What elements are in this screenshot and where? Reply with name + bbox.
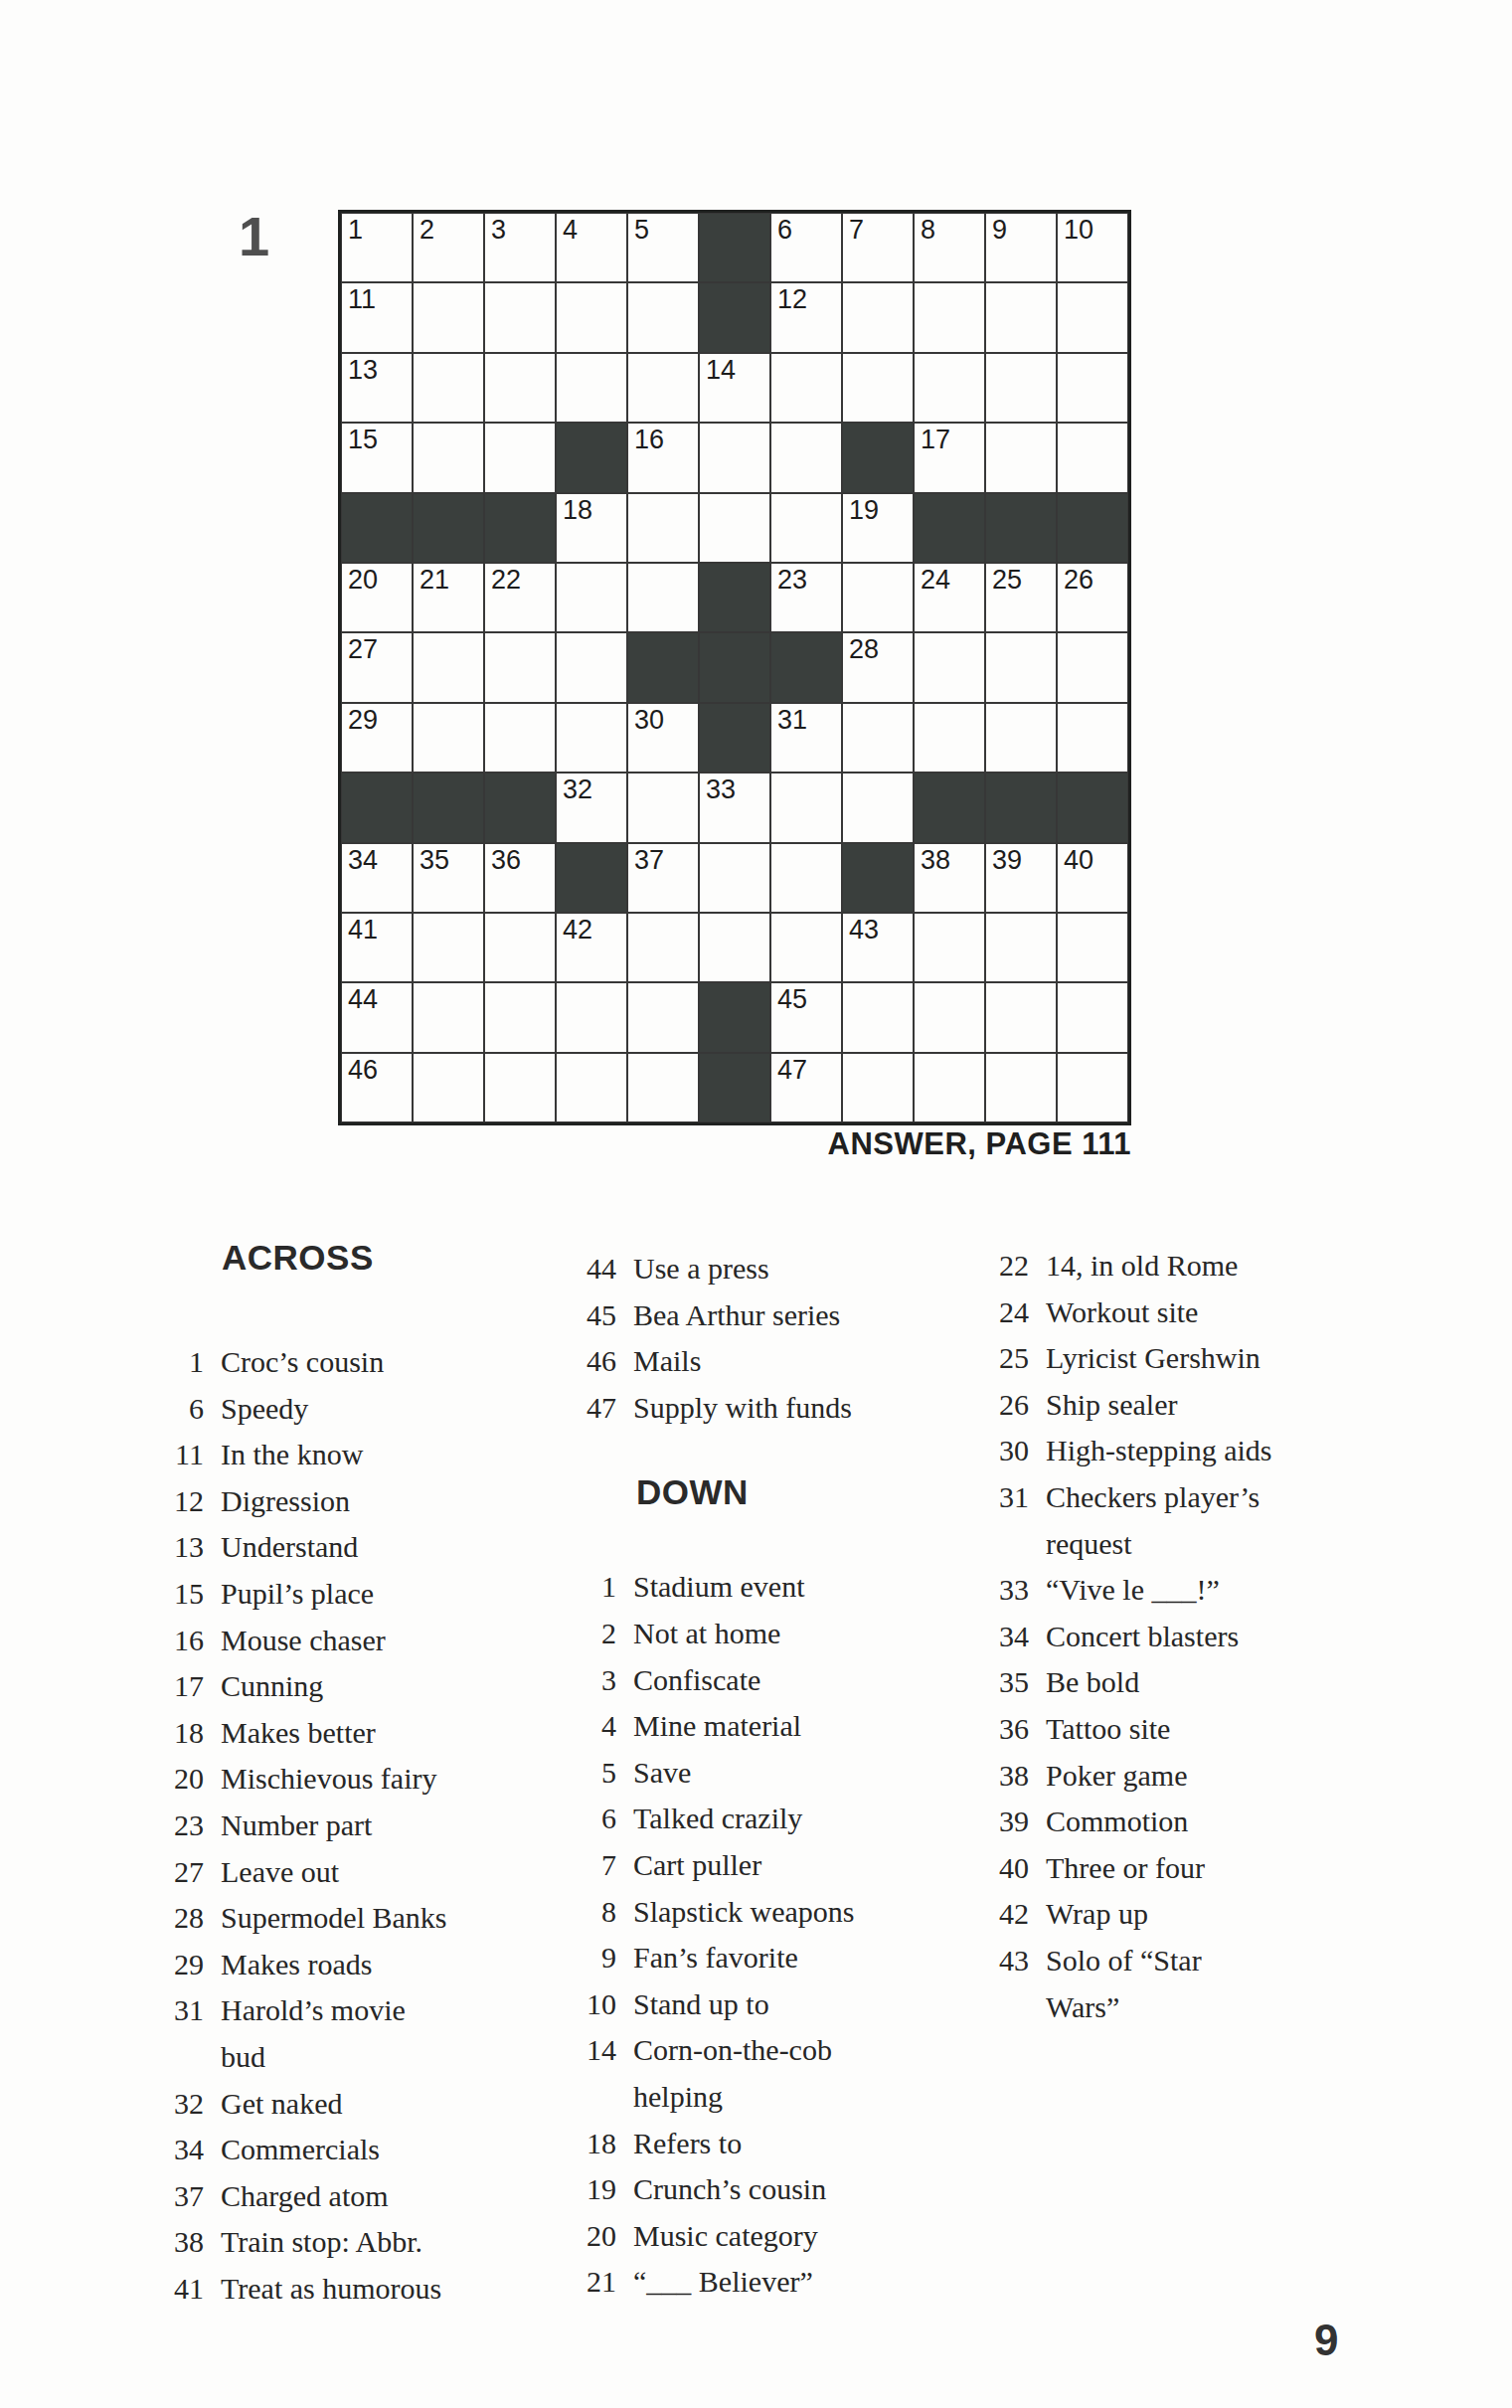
cell-number: 4 xyxy=(563,217,578,244)
grid-cell-r2c2 xyxy=(413,282,484,352)
black-cell-r7c7 xyxy=(770,632,842,702)
cell-number: 23 xyxy=(777,567,807,594)
clue-text: Cunning xyxy=(221,1663,323,1710)
grid-cell-r4c11 xyxy=(1057,423,1128,492)
grid-cell-r1c7: 6 xyxy=(770,213,842,282)
across-clue-18: 18Makes better xyxy=(158,1710,576,1757)
grid-cell-r5c6 xyxy=(699,493,770,563)
black-cell-r4c4 xyxy=(556,423,627,492)
clue-text: High-stepping aids xyxy=(1046,1428,1271,1474)
clue-text: Makes better xyxy=(221,1710,376,1757)
clue-text: Get naked xyxy=(221,2081,342,2128)
clue-number: 26 xyxy=(983,1382,1029,1429)
down-clue-31: 31Checkers player’s request xyxy=(983,1474,1421,1567)
grid-cell-r13c5 xyxy=(627,1053,699,1122)
clue-number: 1 xyxy=(158,1339,204,1386)
grid-cell-r11c10 xyxy=(985,913,1057,982)
grid-cell-r13c3 xyxy=(484,1053,556,1122)
grid-cell-r6c1: 20 xyxy=(341,563,413,632)
cell-number: 28 xyxy=(849,636,879,663)
black-cell-r4c8 xyxy=(842,423,914,492)
grid-cell-r1c1: 1 xyxy=(341,213,413,282)
clue-number: 6 xyxy=(571,1796,616,1842)
grid-cell-r9c5 xyxy=(627,773,699,842)
clue-text: Supply with funds xyxy=(633,1385,852,1432)
grid-cell-r8c10 xyxy=(985,703,1057,773)
grid-cell-r2c5 xyxy=(627,282,699,352)
clue-text: Digression xyxy=(221,1478,350,1525)
clue-number: 19 xyxy=(571,2166,616,2213)
clue-text: Not at home xyxy=(633,1611,780,1657)
grid-cell-r8c9 xyxy=(914,703,985,773)
across-clue-29: 29Makes roads xyxy=(158,1942,576,1988)
black-cell-r9c9 xyxy=(914,773,985,842)
cell-number: 9 xyxy=(992,217,1007,244)
cell-number: 3 xyxy=(491,217,506,244)
grid-cell-r6c4 xyxy=(556,563,627,632)
cell-number: 5 xyxy=(634,217,649,244)
grid-cell-r11c5 xyxy=(627,913,699,982)
clue-number: 18 xyxy=(571,2121,616,2167)
clue-number: 34 xyxy=(158,2127,204,2173)
clue-number: 29 xyxy=(158,1942,204,1988)
cell-number: 16 xyxy=(634,427,664,453)
grid-cell-r11c2 xyxy=(413,913,484,982)
clue-text: Corn-on-the-cob helping xyxy=(633,2027,832,2120)
cell-number: 29 xyxy=(348,707,378,734)
grid-cell-r3c10 xyxy=(985,353,1057,423)
cell-number: 18 xyxy=(563,497,592,524)
grid-cell-r3c3 xyxy=(484,353,556,423)
clue-text: Mine material xyxy=(633,1703,801,1750)
down-clue-22: 2214, in old Rome xyxy=(983,1243,1421,1290)
clue-text: Number part xyxy=(221,1803,372,1849)
cell-number: 42 xyxy=(563,917,592,944)
clue-text: Charged atom xyxy=(221,2173,389,2220)
grid-cell-r6c11: 26 xyxy=(1057,563,1128,632)
cell-number: 31 xyxy=(777,707,807,734)
clue-number: 42 xyxy=(983,1891,1029,1938)
grid-cell-r10c5: 37 xyxy=(627,843,699,913)
grid-cell-r9c4: 32 xyxy=(556,773,627,842)
clue-text: Tattoo site xyxy=(1046,1706,1170,1753)
grid-cell-r2c9 xyxy=(914,282,985,352)
across-clue-38: 38Train stop: Abbr. xyxy=(158,2219,576,2266)
clue-number: 34 xyxy=(983,1614,1029,1660)
grid-cell-r3c8 xyxy=(842,353,914,423)
cell-number: 34 xyxy=(348,847,378,874)
clue-text: Confiscate xyxy=(633,1657,760,1704)
clue-number: 9 xyxy=(571,1935,616,1981)
clue-number: 43 xyxy=(983,1938,1029,2030)
clue-text: Ship sealer xyxy=(1046,1382,1177,1429)
clue-text: Use a press xyxy=(633,1246,769,1292)
grid-cell-r1c5: 5 xyxy=(627,213,699,282)
clue-number: 33 xyxy=(983,1567,1029,1614)
crossword-grid: 1234567891011121314151617181920212223242… xyxy=(338,210,1131,1125)
grid-cell-r11c3 xyxy=(484,913,556,982)
cell-number: 38 xyxy=(921,847,950,874)
grid-cell-r2c10 xyxy=(985,282,1057,352)
clue-number: 41 xyxy=(158,2266,204,2313)
cell-number: 6 xyxy=(777,217,792,244)
grid-cell-r13c8 xyxy=(842,1053,914,1122)
grid-cell-r8c11 xyxy=(1057,703,1128,773)
grid-cell-r2c4 xyxy=(556,282,627,352)
grid-cell-r7c3 xyxy=(484,632,556,702)
across-clue-34: 34Commercials xyxy=(158,2127,576,2173)
clue-text: Commotion xyxy=(1046,1799,1188,1845)
across-clue-13: 13Understand xyxy=(158,1524,576,1571)
down-clue-3: 3Confiscate xyxy=(571,1657,998,1704)
black-cell-r5c2 xyxy=(413,493,484,563)
black-cell-r9c1 xyxy=(341,773,413,842)
clue-number: 11 xyxy=(158,1432,204,1478)
clue-number: 47 xyxy=(571,1385,616,1432)
down-clue-20: 20Music category xyxy=(571,2213,998,2260)
grid-cell-r5c4: 18 xyxy=(556,493,627,563)
clue-text: Bea Arthur series xyxy=(633,1292,840,1339)
grid-cell-r6c8 xyxy=(842,563,914,632)
grid-cell-r4c6 xyxy=(699,423,770,492)
down-clue-21: 21“___ Believer” xyxy=(571,2259,998,2306)
grid-cell-r12c8 xyxy=(842,982,914,1052)
clue-text: Commercials xyxy=(221,2127,380,2173)
across-clue-41: 41Treat as humorous xyxy=(158,2266,576,2313)
cell-number: 41 xyxy=(348,917,378,944)
down-clue-30: 30High-stepping aids xyxy=(983,1428,1421,1474)
cell-number: 47 xyxy=(777,1057,807,1084)
clue-text: Stand up to xyxy=(633,1981,769,2028)
across-column: ACROSS 1Croc’s cousin6Speedy11In the kno… xyxy=(158,1238,576,2312)
cell-number: 32 xyxy=(563,776,592,803)
grid-cell-r5c8: 19 xyxy=(842,493,914,563)
clue-text: 14, in old Rome xyxy=(1046,1243,1238,1290)
clue-number: 1 xyxy=(571,1564,616,1611)
clue-text: Save xyxy=(633,1750,691,1797)
cell-number: 30 xyxy=(634,707,664,734)
down-clue-36: 36Tattoo site xyxy=(983,1706,1421,1753)
clue-number: 31 xyxy=(158,1987,204,2080)
grid-cell-r12c5 xyxy=(627,982,699,1052)
down-clue-24: 24Workout site xyxy=(983,1290,1421,1336)
grid-cell-r9c6: 33 xyxy=(699,773,770,842)
across-clue-28: 28Supermodel Banks xyxy=(158,1895,576,1942)
down-clue-39: 39Commotion xyxy=(983,1799,1421,1845)
grid-cell-r3c5 xyxy=(627,353,699,423)
clue-number: 21 xyxy=(571,2259,616,2306)
across-clue-15: 15Pupil’s place xyxy=(158,1571,576,1618)
cell-number: 44 xyxy=(348,986,378,1013)
clue-text: Supermodel Banks xyxy=(221,1895,446,1942)
cell-number: 45 xyxy=(777,986,807,1013)
cell-number: 33 xyxy=(706,776,736,803)
grid-cell-r5c5 xyxy=(627,493,699,563)
grid-cell-r8c7: 31 xyxy=(770,703,842,773)
down-clue-8: 8Slapstick weapons xyxy=(571,1889,998,1936)
cell-number: 46 xyxy=(348,1057,378,1084)
clue-text: Workout site xyxy=(1046,1290,1198,1336)
grid-cell-r12c2 xyxy=(413,982,484,1052)
cell-number: 2 xyxy=(420,217,434,244)
cell-number: 13 xyxy=(348,357,378,384)
across-clue-44: 44Use a press xyxy=(571,1246,998,1292)
cell-number: 14 xyxy=(706,357,736,384)
clue-number: 40 xyxy=(983,1845,1029,1892)
clue-number: 7 xyxy=(571,1842,616,1889)
cell-number: 1 xyxy=(348,217,363,244)
clue-text: “Vive le ___!” xyxy=(1046,1567,1220,1614)
grid-cell-r6c2: 21 xyxy=(413,563,484,632)
black-cell-r7c6 xyxy=(699,632,770,702)
grid-cell-r2c11 xyxy=(1057,282,1128,352)
grid-cell-r3c4 xyxy=(556,353,627,423)
clue-text: Pupil’s place xyxy=(221,1571,374,1618)
across-clue-6: 6Speedy xyxy=(158,1386,576,1433)
black-cell-r6c6 xyxy=(699,563,770,632)
grid-cell-r4c5: 16 xyxy=(627,423,699,492)
grid-cell-r12c7: 45 xyxy=(770,982,842,1052)
down-clue-7: 7Cart puller xyxy=(571,1842,998,1889)
grid-cell-r4c1: 15 xyxy=(341,423,413,492)
grid-cell-r13c1: 46 xyxy=(341,1053,413,1122)
grid-cell-r1c9: 8 xyxy=(914,213,985,282)
grid-cell-r8c3 xyxy=(484,703,556,773)
clue-text: Refers to xyxy=(633,2121,742,2167)
clue-number: 44 xyxy=(571,1246,616,1292)
grid-cell-r6c9: 24 xyxy=(914,563,985,632)
cell-number: 27 xyxy=(348,636,378,663)
clue-number: 31 xyxy=(983,1474,1029,1567)
puzzle-number: 1 xyxy=(239,209,269,264)
cell-number: 36 xyxy=(491,847,521,874)
across-clue-11: 11In the know xyxy=(158,1432,576,1478)
black-cell-r5c3 xyxy=(484,493,556,563)
grid-cell-r11c4: 42 xyxy=(556,913,627,982)
clue-number: 13 xyxy=(158,1524,204,1571)
clue-text: Treat as humorous xyxy=(221,2266,441,2313)
grid-cell-r2c1: 11 xyxy=(341,282,413,352)
down-clue-1: 1Stadium event xyxy=(571,1564,998,1611)
grid-cell-r8c1: 29 xyxy=(341,703,413,773)
grid-cell-r12c3 xyxy=(484,982,556,1052)
clue-number: 39 xyxy=(983,1799,1029,1845)
cell-number: 37 xyxy=(634,847,664,874)
grid-cell-r10c9: 38 xyxy=(914,843,985,913)
clue-number: 22 xyxy=(983,1243,1029,1290)
cell-number: 11 xyxy=(348,286,376,313)
across-clue-27: 27Leave out xyxy=(158,1849,576,1896)
grid-cell-r5c7 xyxy=(770,493,842,563)
grid-cell-r3c1: 13 xyxy=(341,353,413,423)
across-clue-12: 12Digression xyxy=(158,1478,576,1525)
grid-cell-r9c8 xyxy=(842,773,914,842)
black-cell-r5c9 xyxy=(914,493,985,563)
cell-number: 20 xyxy=(348,567,378,594)
cell-number: 7 xyxy=(849,217,864,244)
cell-number: 40 xyxy=(1064,847,1093,874)
clue-text: Slapstick weapons xyxy=(633,1889,854,1936)
down-clue-14: 14Corn-on-the-cob helping xyxy=(571,2027,998,2120)
answer-note: ANSWER, PAGE 111 xyxy=(338,1126,1131,1162)
cell-number: 43 xyxy=(849,917,879,944)
down-clue-42: 42Wrap up xyxy=(983,1891,1421,1938)
clue-text: Concert blasters xyxy=(1046,1614,1239,1660)
cell-number: 15 xyxy=(348,427,378,453)
grid-cell-r2c7: 12 xyxy=(770,282,842,352)
page-number: 9 xyxy=(1314,2319,1338,2362)
black-cell-r2c6 xyxy=(699,282,770,352)
clue-number: 35 xyxy=(983,1659,1029,1706)
across-clue-46: 46Mails xyxy=(571,1338,998,1385)
black-cell-r5c10 xyxy=(985,493,1057,563)
clue-number: 14 xyxy=(571,2027,616,2120)
black-cell-r9c3 xyxy=(484,773,556,842)
clue-text: Wrap up xyxy=(1046,1891,1148,1938)
clue-number: 37 xyxy=(158,2173,204,2220)
clue-number: 18 xyxy=(158,1710,204,1757)
down-clue-list-2: 2214, in old Rome24Workout site25Lyricis… xyxy=(983,1243,1421,2030)
down-clue-43: 43Solo of “Star Wars” xyxy=(983,1938,1421,2030)
grid-cell-r12c9 xyxy=(914,982,985,1052)
grid-cell-r10c6 xyxy=(699,843,770,913)
black-cell-r7c5 xyxy=(627,632,699,702)
clue-text: Mails xyxy=(633,1338,701,1385)
across-clue-list-2: 44Use a press45Bea Arthur series46Mails4… xyxy=(571,1246,998,1431)
across-clue-37: 37Charged atom xyxy=(158,2173,576,2220)
down-clue-list-1: 1Stadium event2Not at home3Confiscate4Mi… xyxy=(571,1564,998,2306)
clue-text: Understand xyxy=(221,1524,358,1571)
clue-number: 6 xyxy=(158,1386,204,1433)
grid-cell-r8c5: 30 xyxy=(627,703,699,773)
clue-text: “___ Believer” xyxy=(633,2259,813,2306)
clue-number: 28 xyxy=(158,1895,204,1942)
down-clue-34: 34Concert blasters xyxy=(983,1614,1421,1660)
grid-cell-r13c4 xyxy=(556,1053,627,1122)
grid-cell-r7c10 xyxy=(985,632,1057,702)
down-clue-18: 18Refers to xyxy=(571,2121,998,2167)
cell-number: 24 xyxy=(921,567,950,594)
grid-cell-r1c11: 10 xyxy=(1057,213,1128,282)
cell-number: 12 xyxy=(777,286,807,313)
clue-text: In the know xyxy=(221,1432,363,1478)
down-clue-10: 10Stand up to xyxy=(571,1981,998,2028)
clue-number: 25 xyxy=(983,1335,1029,1382)
down-clue-19: 19Crunch’s cousin xyxy=(571,2166,998,2213)
cell-number: 39 xyxy=(992,847,1022,874)
clue-text: Lyricist Gershwin xyxy=(1046,1335,1260,1382)
clue-number: 2 xyxy=(571,1611,616,1657)
cell-number: 26 xyxy=(1064,567,1093,594)
clue-number: 20 xyxy=(158,1756,204,1803)
cell-number: 21 xyxy=(420,567,449,594)
grid-cell-r10c3: 36 xyxy=(484,843,556,913)
grid-cell-r13c9 xyxy=(914,1053,985,1122)
middle-column: 44Use a press45Bea Arthur series46Mails4… xyxy=(571,1246,998,2306)
grid-cell-r10c2: 35 xyxy=(413,843,484,913)
grid-cell-r12c1: 44 xyxy=(341,982,413,1052)
clue-text: Talked crazily xyxy=(633,1796,802,1842)
grid-cell-r2c3 xyxy=(484,282,556,352)
grid-cell-r10c11: 40 xyxy=(1057,843,1128,913)
grid-cell-r1c4: 4 xyxy=(556,213,627,282)
grid-cell-r12c10 xyxy=(985,982,1057,1052)
clue-number: 10 xyxy=(571,1981,616,2028)
black-cell-r9c11 xyxy=(1057,773,1128,842)
black-cell-r10c8 xyxy=(842,843,914,913)
clue-text: Mouse chaser xyxy=(221,1618,386,1664)
black-cell-r9c10 xyxy=(985,773,1057,842)
grid-cell-r6c10: 25 xyxy=(985,563,1057,632)
grid-cell-r12c11 xyxy=(1057,982,1128,1052)
across-clue-list-1: 1Croc’s cousin6Speedy11In the know12Digr… xyxy=(158,1339,576,2312)
grid-cell-r13c2 xyxy=(413,1053,484,1122)
grid-cell-r7c8: 28 xyxy=(842,632,914,702)
clue-text: Music category xyxy=(633,2213,818,2260)
grid-cell-r3c9 xyxy=(914,353,985,423)
grid-cell-r7c1: 27 xyxy=(341,632,413,702)
grid-cell-r7c2 xyxy=(413,632,484,702)
grid-cell-r1c8: 7 xyxy=(842,213,914,282)
clue-number: 3 xyxy=(571,1657,616,1704)
across-clue-16: 16Mouse chaser xyxy=(158,1618,576,1664)
grid-cell-r10c1: 34 xyxy=(341,843,413,913)
clue-number: 8 xyxy=(571,1889,616,1936)
grid-cell-r4c10 xyxy=(985,423,1057,492)
clue-text: Stadium event xyxy=(633,1564,804,1611)
clue-number: 4 xyxy=(571,1703,616,1750)
down-clue-9: 9Fan’s favorite xyxy=(571,1935,998,1981)
down-clue-25: 25Lyricist Gershwin xyxy=(983,1335,1421,1382)
black-cell-r5c11 xyxy=(1057,493,1128,563)
grid-cell-r8c4 xyxy=(556,703,627,773)
down-column: 2214, in old Rome24Workout site25Lyricis… xyxy=(983,1243,1421,2030)
clue-number: 36 xyxy=(983,1706,1029,1753)
grid-cell-r6c5 xyxy=(627,563,699,632)
clue-number: 15 xyxy=(158,1571,204,1618)
down-clue-2: 2Not at home xyxy=(571,1611,998,1657)
cell-number: 25 xyxy=(992,567,1022,594)
cell-number: 19 xyxy=(849,497,879,524)
across-header: ACROSS xyxy=(222,1238,576,1278)
black-cell-r1c6 xyxy=(699,213,770,282)
grid-cell-r1c3: 3 xyxy=(484,213,556,282)
clue-text: Train stop: Abbr. xyxy=(221,2219,422,2266)
grid-cell-r6c3: 22 xyxy=(484,563,556,632)
grid-cell-r13c11 xyxy=(1057,1053,1128,1122)
down-clue-26: 26Ship sealer xyxy=(983,1382,1421,1429)
black-cell-r13c6 xyxy=(699,1053,770,1122)
clue-number: 16 xyxy=(158,1618,204,1664)
grid-cell-r8c8 xyxy=(842,703,914,773)
clue-text: Mischievous fairy xyxy=(221,1756,436,1803)
clue-number: 30 xyxy=(983,1428,1029,1474)
grid-cell-r3c11 xyxy=(1057,353,1128,423)
black-cell-r8c6 xyxy=(699,703,770,773)
down-clue-35: 35Be bold xyxy=(983,1659,1421,1706)
grid-cell-r9c7 xyxy=(770,773,842,842)
grid-cell-r3c2 xyxy=(413,353,484,423)
clue-text: Fan’s favorite xyxy=(633,1935,798,1981)
clue-text: Leave out xyxy=(221,1849,339,1896)
grid-cell-r6c7: 23 xyxy=(770,563,842,632)
clue-text: Makes roads xyxy=(221,1942,372,1988)
clue-text: Speedy xyxy=(221,1386,308,1433)
clue-text: Cart puller xyxy=(633,1842,761,1889)
cell-number: 10 xyxy=(1064,217,1093,244)
cell-number: 17 xyxy=(921,427,950,453)
clue-number: 45 xyxy=(571,1292,616,1339)
